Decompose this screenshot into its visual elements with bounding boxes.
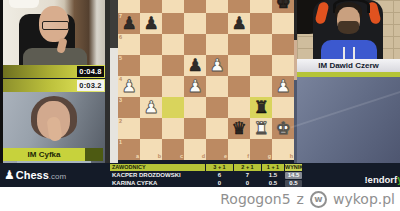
pawn-icon: ♟ <box>4 167 15 183</box>
square-a7[interactable]: 7♟ <box>118 13 140 34</box>
webcam-top-player <box>3 0 105 65</box>
square-e3[interactable] <box>206 97 228 118</box>
square-a3[interactable]: 3 <box>118 97 140 118</box>
header-col-3plus1: 3 + 1 <box>205 164 233 171</box>
rank-label: 6 <box>119 35 122 41</box>
file-label: d <box>202 154 205 160</box>
top-player-shirt <box>23 48 87 65</box>
square-b5[interactable] <box>140 55 162 76</box>
square-f1[interactable]: f <box>228 139 250 160</box>
square-b2[interactable] <box>140 118 162 139</box>
bottom-player-name-label: IM Cyfka <box>3 148 85 161</box>
clock-bar-top: 0:04.8 <box>3 65 105 78</box>
square-h7[interactable] <box>272 13 294 34</box>
clock-bar-bottom: 0:03.2 <box>3 79 105 92</box>
total-score-badge: 14.5 <box>285 172 302 179</box>
white-pawn-b3: ♟ <box>140 97 162 118</box>
square-c4[interactable] <box>162 76 184 97</box>
square-h8[interactable]: ♚ <box>272 0 294 13</box>
square-c6[interactable] <box>162 34 184 55</box>
square-g2[interactable]: ♜ <box>250 118 272 139</box>
square-h5[interactable] <box>272 55 294 76</box>
black-king-h8: ♚ <box>272 0 294 13</box>
square-c1[interactable]: c <box>162 139 184 160</box>
square-e4[interactable] <box>206 76 228 97</box>
rank-label: 1 <box>119 140 122 146</box>
square-g5[interactable] <box>250 55 272 76</box>
square-f7[interactable]: ♟ <box>228 13 250 34</box>
chess-board: 8♚7♟♟♟65♟♟4♟♟♟3♟♜2♛♜♚1abcdefgh <box>118 0 294 160</box>
header-total: WYNIK <box>284 164 302 171</box>
clock-bottom-player: 0:03.2 <box>77 80 104 91</box>
square-d7[interactable] <box>184 13 206 34</box>
square-h4[interactable]: ♟ <box>272 76 294 97</box>
square-d2[interactable] <box>184 118 206 139</box>
rank-label: 7 <box>119 14 122 20</box>
square-g7[interactable] <box>250 13 272 34</box>
white-pawn-d4: ♟ <box>184 76 206 97</box>
white-pawn-h4: ♟ <box>272 76 294 97</box>
square-b3[interactable]: ♟ <box>140 97 162 118</box>
square-a6[interactable]: 6 <box>118 34 140 55</box>
square-f8[interactable] <box>228 0 250 13</box>
file-label: a <box>136 154 139 160</box>
square-c7[interactable] <box>162 13 184 34</box>
square-a8[interactable]: 8 <box>118 0 140 13</box>
header-col-2plus1: 2 + 1 <box>233 164 261 171</box>
rank-label: 2 <box>119 119 122 125</box>
square-g8[interactable] <box>250 0 272 13</box>
watermark-user: Rogogon5 <box>220 191 290 207</box>
square-a1[interactable]: 1a <box>118 139 140 160</box>
total-score-badge: 0.5 <box>285 180 302 187</box>
file-label: g <box>268 154 271 160</box>
score-cell: 0.5 <box>261 180 284 186</box>
file-label: e <box>224 154 227 160</box>
square-b8[interactable] <box>140 0 162 13</box>
square-e6[interactable] <box>206 34 228 55</box>
square-b6[interactable] <box>140 34 162 55</box>
score-cell: 0 <box>205 180 233 186</box>
black-pawn-b7: ♟ <box>140 13 162 34</box>
square-d8[interactable] <box>184 0 206 13</box>
studio-wall-dark <box>110 0 118 48</box>
wykop-logo-letter: w <box>314 195 322 204</box>
clock-top-player: 0:04.8 <box>77 66 104 77</box>
rank-label: 3 <box>119 98 122 104</box>
square-a4[interactable]: 4♟ <box>118 76 140 97</box>
studio-backdrop <box>297 77 400 163</box>
bottom-player-name-tag: IM Cyfka <box>3 148 103 161</box>
bottom-bar: ♟ Chess .com ZAWODNICY 3 + 1 2 + 1 1 + 1… <box>0 163 400 187</box>
white-pawn-e5: ♟ <box>206 55 228 76</box>
square-d6[interactable] <box>184 34 206 55</box>
player-name: KACPER DROZDOWSKI <box>110 172 205 178</box>
rank-label: 4 <box>119 77 122 83</box>
black-rook-g3: ♜ <box>250 97 272 118</box>
standings-row: KACPER DROZDOWSKI 6 7 1.5 14.5 <box>110 172 302 180</box>
commentator-name-tag: IM Dawid Czerw <box>297 59 400 72</box>
square-g3[interactable]: ♜ <box>250 97 272 118</box>
chesscom-logo: ♟ Chess .com <box>4 167 66 183</box>
standings-row: KARINA CYFKA 0 0 0.5 0.5 <box>110 180 302 188</box>
square-g4[interactable] <box>250 76 272 97</box>
square-d1[interactable]: d <box>184 139 206 160</box>
broadcast-frame: 0:04.8 0:03.2 IM Cyfka 8♚7♟♟♟65♟♟4♟♟♟3♟♜… <box>0 0 400 187</box>
file-label: c <box>180 154 183 160</box>
square-f3[interactable] <box>228 97 250 118</box>
square-g1[interactable]: g <box>250 139 272 160</box>
square-b4[interactable] <box>140 76 162 97</box>
square-b1[interactable]: b <box>140 139 162 160</box>
square-a2[interactable]: 2 <box>118 118 140 139</box>
studio-wall-light <box>110 48 118 163</box>
square-g6[interactable] <box>250 34 272 55</box>
black-queen-f2: ♛ <box>228 118 250 139</box>
score-cell: 0 <box>233 180 261 186</box>
watermark-caption: Rogogon5 z w wykop.pl <box>0 187 400 211</box>
header-players: ZAWODNICY <box>110 164 205 171</box>
rank-label: 5 <box>119 56 122 62</box>
webcam-bottom-player: IM Cyfka <box>3 92 105 163</box>
black-pawn-f7: ♟ <box>228 13 250 34</box>
chesscom-logo-text: Chess <box>16 169 49 181</box>
file-label: h <box>290 154 293 160</box>
square-d4[interactable]: ♟ <box>184 76 206 97</box>
square-f6[interactable] <box>228 34 250 55</box>
square-e8[interactable] <box>206 0 228 13</box>
backdrop-highlight <box>290 83 400 128</box>
square-h6[interactable] <box>272 34 294 55</box>
score-cell: 7 <box>233 172 261 178</box>
watermark-site: wykop.pl <box>333 191 395 207</box>
square-d3[interactable] <box>184 97 206 118</box>
square-h1[interactable]: h <box>272 139 294 160</box>
square-e7[interactable] <box>206 13 228 34</box>
black-pawn-d5: ♟ <box>184 55 206 76</box>
square-a5[interactable]: 5 <box>118 55 140 76</box>
square-e2[interactable] <box>206 118 228 139</box>
commentator-hoodie <box>321 40 377 59</box>
square-b7[interactable]: ♟ <box>140 13 162 34</box>
square-c5[interactable] <box>162 55 184 76</box>
wykop-logo-icon: w <box>310 191 327 208</box>
square-c3[interactable] <box>162 97 184 118</box>
square-e5[interactable]: ♟ <box>206 55 228 76</box>
watermark-connector: z <box>297 191 304 207</box>
square-c2[interactable] <box>162 118 184 139</box>
square-f4[interactable] <box>228 76 250 97</box>
webcam-commentator <box>297 0 400 59</box>
score-cell: 6 <box>205 172 233 178</box>
player-name: KARINA CYFKA <box>110 180 205 186</box>
sponsor-text: !endorf <box>364 174 397 185</box>
square-h3[interactable] <box>272 97 294 118</box>
commentator-beard <box>338 21 359 34</box>
file-label: f <box>247 154 249 160</box>
score-cell: 1.5 <box>261 172 284 178</box>
glasses <box>42 21 69 30</box>
sponsor-command: !endorfy <box>364 169 400 187</box>
file-label: b <box>158 154 161 160</box>
chesscom-logo-suffix: .com <box>49 172 66 181</box>
hoodie-drawstring <box>353 47 355 59</box>
stream-screenshot: 0:04.8 0:03.2 IM Cyfka 8♚7♟♟♟65♟♟4♟♟♟3♟♜… <box>0 0 400 211</box>
hoodie-drawstring <box>343 47 345 59</box>
square-c8[interactable] <box>162 0 184 13</box>
square-f5[interactable] <box>228 55 250 76</box>
square-d5[interactable]: ♟ <box>184 55 206 76</box>
standings-header: ZAWODNICY 3 + 1 2 + 1 1 + 1 WYNIK <box>110 164 302 171</box>
white-rook-g2: ♜ <box>250 118 272 139</box>
standings-table: ZAWODNICY 3 + 1 2 + 1 1 + 1 WYNIK KACPER… <box>110 164 302 187</box>
square-f2[interactable]: ♛ <box>228 118 250 139</box>
name-tag-end-cap <box>85 148 103 161</box>
ceiling-light <box>9 0 39 8</box>
square-e1[interactable]: e <box>206 139 228 160</box>
header-col-1plus1: 1 + 1 <box>261 164 284 171</box>
